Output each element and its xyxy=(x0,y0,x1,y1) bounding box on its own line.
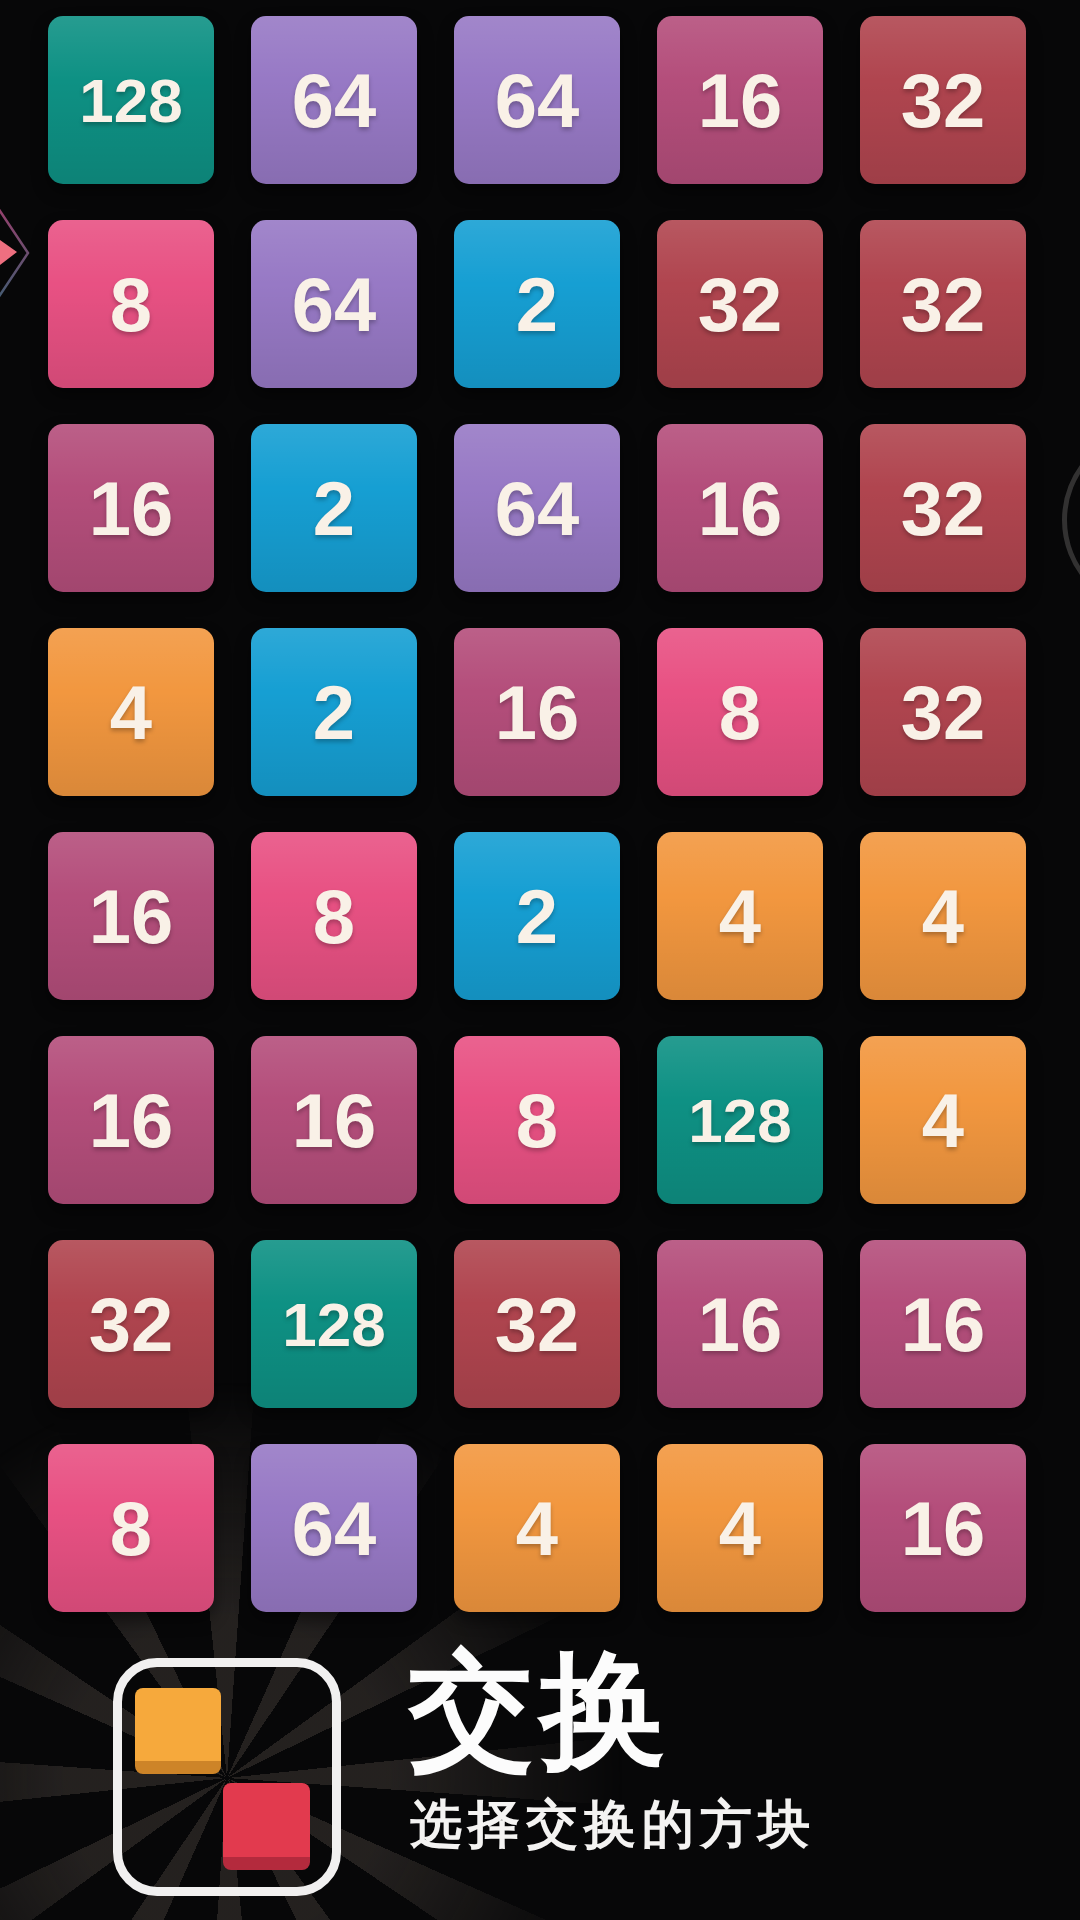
tile-r8c4-4[interactable]: 4 xyxy=(657,1444,823,1612)
tile-r8c2-64[interactable]: 64 xyxy=(251,1444,417,1612)
tile-r7c1-32[interactable]: 32 xyxy=(48,1240,214,1408)
tile-r1c4-16[interactable]: 16 xyxy=(657,16,823,184)
tile-r6c5-4[interactable]: 4 xyxy=(860,1036,1026,1204)
tile-r2c5-32[interactable]: 32 xyxy=(860,220,1026,388)
tile-r7c5-16[interactable]: 16 xyxy=(860,1240,1026,1408)
tile-r6c4-128[interactable]: 128 xyxy=(657,1036,823,1204)
tile-r5c4-4[interactable]: 4 xyxy=(657,832,823,1000)
tile-r4c3-16[interactable]: 16 xyxy=(454,628,620,796)
tile-r4c2-2[interactable]: 2 xyxy=(251,628,417,796)
tile-r2c4-32[interactable]: 32 xyxy=(657,220,823,388)
tile-r3c4-16[interactable]: 16 xyxy=(657,424,823,592)
tile-r4c5-32[interactable]: 32 xyxy=(860,628,1026,796)
tile-r5c2-8[interactable]: 8 xyxy=(251,832,417,1000)
game-screen: 1286464163286423232162641632421683216824… xyxy=(0,0,1080,1920)
swap-icon-orange-square xyxy=(135,1688,221,1774)
tile-r2c3-2[interactable]: 2 xyxy=(454,220,620,388)
tile-r6c3-8[interactable]: 8 xyxy=(454,1036,620,1204)
diamond-arrow-icon xyxy=(0,240,17,265)
tile-r6c2-16[interactable]: 16 xyxy=(251,1036,417,1204)
swap-title: 交换 xyxy=(408,1642,672,1781)
tile-r7c2-128[interactable]: 128 xyxy=(251,1240,417,1408)
tile-r5c3-2[interactable]: 2 xyxy=(454,832,620,1000)
tile-r1c1-128[interactable]: 128 xyxy=(48,16,214,184)
swap-tiles-icon xyxy=(113,1658,341,1896)
tile-r4c1-4[interactable]: 4 xyxy=(48,628,214,796)
tile-r7c3-32[interactable]: 32 xyxy=(454,1240,620,1408)
tile-r4c4-8[interactable]: 8 xyxy=(657,628,823,796)
tile-r3c5-32[interactable]: 32 xyxy=(860,424,1026,592)
tile-r8c1-8[interactable]: 8 xyxy=(48,1444,214,1612)
tile-r1c5-32[interactable]: 32 xyxy=(860,16,1026,184)
tile-r3c3-64[interactable]: 64 xyxy=(454,424,620,592)
tile-r5c5-4[interactable]: 4 xyxy=(860,832,1026,1000)
tile-r1c2-64[interactable]: 64 xyxy=(251,16,417,184)
tile-r3c2-2[interactable]: 2 xyxy=(251,424,417,592)
tile-r8c5-16[interactable]: 16 xyxy=(860,1444,1026,1612)
tile-r6c1-16[interactable]: 16 xyxy=(48,1036,214,1204)
tile-r5c1-16[interactable]: 16 xyxy=(48,832,214,1000)
swap-icon-red-square xyxy=(223,1783,310,1870)
partial-circle-decoration xyxy=(1062,427,1080,613)
tile-r2c1-8[interactable]: 8 xyxy=(48,220,214,388)
tile-r1c3-64[interactable]: 64 xyxy=(454,16,620,184)
tile-grid: 1286464163286423232162641632421683216824… xyxy=(48,16,1026,1612)
tile-r2c2-64[interactable]: 64 xyxy=(251,220,417,388)
tile-r8c3-4[interactable]: 4 xyxy=(454,1444,620,1612)
partial-diamond-decoration xyxy=(0,168,36,338)
tile-r7c4-16[interactable]: 16 xyxy=(657,1240,823,1408)
tile-r3c1-16[interactable]: 16 xyxy=(48,424,214,592)
swap-subtitle: 选择交换的方块 xyxy=(410,1790,816,1860)
